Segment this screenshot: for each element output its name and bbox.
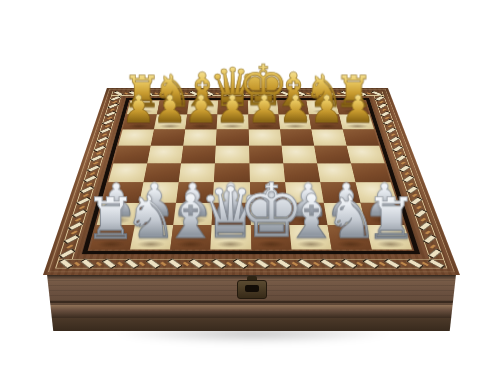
inlay-diamond-large <box>392 145 404 152</box>
inlay-diamond-large <box>297 258 314 269</box>
inlay-diamond-large <box>145 258 160 269</box>
inlay-diamond-large <box>389 136 401 142</box>
gold-pawn-f7: ♟ <box>279 91 312 128</box>
gold-pawn-a7: ♟ <box>122 91 155 128</box>
perspective-stage: ♜♞♝♛♚♝♞♜♟♟♟♟♟♟♟♟♟♟♟♟♟♟♟♟♜♞♝♛♚♝♞♜ <box>0 0 500 386</box>
square-d5 <box>215 146 249 163</box>
inlay-diamond-large <box>374 96 385 101</box>
inlay-diamond-small <box>420 218 426 222</box>
inlay-diamond-large <box>385 127 396 133</box>
inlay-diamond-large <box>210 258 226 269</box>
inlay-diamond-small <box>400 162 405 165</box>
inlay-diamond-large <box>423 235 437 245</box>
inlay-diamond-large <box>59 248 76 258</box>
inlay-diamond-small <box>429 244 435 248</box>
inlay-diamond-large <box>63 235 80 245</box>
latch-clasp <box>237 276 267 299</box>
inlay-diamond-large <box>377 103 388 108</box>
inlay-diamond-large <box>189 258 205 269</box>
square-f7: ♟ <box>278 114 311 129</box>
box-front-face <box>45 275 458 331</box>
gold-pawn-g7: ♟ <box>310 91 343 128</box>
inlay-diamond-large <box>341 258 358 269</box>
inlay-diamond-large <box>80 258 95 269</box>
inlay-diamond-large <box>384 258 401 269</box>
inlay-diamond-large <box>276 258 293 269</box>
gold-pawn-b7: ♟ <box>153 91 186 128</box>
gold-pawn-h7: ♟ <box>341 91 374 128</box>
base-plinth <box>51 318 452 331</box>
square-h5 <box>347 146 385 163</box>
silver-rook-h1: ♜ <box>366 190 417 247</box>
inlay-diamond-large <box>362 258 379 269</box>
square-b5 <box>147 146 183 163</box>
square-a6 <box>118 130 154 146</box>
square-e5 <box>249 146 283 163</box>
gold-pawn-d7: ♟ <box>216 91 249 128</box>
square-h6 <box>343 130 380 146</box>
inlay-diamond-large <box>427 258 445 269</box>
inlay-diamond-large <box>232 258 248 269</box>
inlay-diamond-small <box>425 231 431 235</box>
square-c7: ♟ <box>185 114 217 129</box>
inlay-diamond-large <box>398 165 410 172</box>
square-h7: ♟ <box>339 114 374 129</box>
inlay-diamond-large <box>124 258 139 269</box>
inlay-diamond-large <box>167 258 183 269</box>
square-h1: ♜ <box>366 225 412 249</box>
clasp-slot <box>245 285 259 292</box>
square-g6 <box>311 130 346 146</box>
inlay-diamond-large <box>395 155 407 162</box>
inlay-diamond-large <box>319 258 336 269</box>
inlay-diamond-large <box>406 258 424 269</box>
board-grid: ♜♞♝♛♚♝♞♜♟♟♟♟♟♟♟♟♟♟♟♟♟♟♟♟♜♞♝♛♚♝♞♜ <box>90 100 412 249</box>
square-c5 <box>181 146 216 163</box>
square-f6 <box>280 130 314 146</box>
square-f5 <box>281 146 317 163</box>
inlay-diamond-large <box>254 258 270 269</box>
inlay-diamond-large <box>418 221 432 230</box>
inlay-diamond-large <box>428 248 442 258</box>
square-g5 <box>314 146 351 163</box>
square-b7: ♟ <box>154 114 187 129</box>
square-g7: ♟ <box>309 114 343 129</box>
square-a5 <box>113 146 150 163</box>
square-d7: ♟ <box>217 114 248 129</box>
inlay-diamond-large <box>68 221 84 230</box>
square-b6 <box>151 130 186 146</box>
square-e6 <box>248 130 281 146</box>
square-e7: ♟ <box>248 114 280 129</box>
gold-pawn-c7: ♟ <box>185 91 218 128</box>
inlay-diamond-large <box>59 258 74 269</box>
inlay-diamond-large <box>380 111 391 117</box>
gold-pawn-e7: ♟ <box>247 91 280 128</box>
square-d6 <box>216 130 249 146</box>
base-molding <box>40 305 463 318</box>
inlay-diamond-large <box>102 258 117 269</box>
square-a7: ♟ <box>123 114 157 129</box>
chess-set-photo: ♜♞♝♛♚♝♞♜♟♟♟♟♟♟♟♟♟♟♟♟♟♟♟♟♜♞♝♛♚♝♞♜ <box>0 0 500 386</box>
square-c6 <box>183 130 216 146</box>
lid-seam <box>45 301 458 303</box>
inlay-diamond-large <box>87 165 101 172</box>
chessboard-lid: ♜♞♝♛♚♝♞♜♟♟♟♟♟♟♟♟♟♟♟♟♟♟♟♟♜♞♝♛♚♝♞♜ <box>43 88 460 275</box>
inlay-diamond-large <box>383 119 394 125</box>
